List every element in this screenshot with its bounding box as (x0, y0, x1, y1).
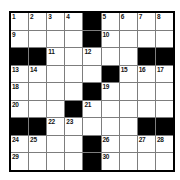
crossword-cell-r8c1[interactable]: 24 (11, 136, 28, 153)
clue-number: 21 (84, 101, 91, 108)
clue-number: 24 (12, 136, 19, 143)
crossword-cell-r9c1[interactable]: 29 (11, 153, 28, 170)
crossword-cell-r6c8[interactable] (138, 101, 155, 118)
clue-number: 5 (103, 13, 106, 20)
crossword-cell-r1c7[interactable]: 6 (120, 13, 137, 30)
clue-number: 3 (48, 13, 51, 20)
clue-number: 12 (84, 48, 91, 55)
crossword-cell-r6c5[interactable]: 21 (83, 101, 100, 118)
clue-number: 9 (12, 31, 15, 38)
crossword-cell-r4c1[interactable]: 13 (11, 66, 28, 83)
crossword-cell-r9c9[interactable] (156, 153, 173, 170)
crossword-cell-r4c2[interactable]: 14 (29, 66, 46, 83)
crossword-cell-r8c9[interactable]: 28 (156, 136, 173, 153)
clue-number: 16 (139, 66, 146, 73)
clue-number: 11 (48, 48, 54, 55)
crossword-cell-r2c4[interactable] (65, 31, 82, 48)
crossword-cell-r2c7[interactable] (120, 31, 137, 48)
crossword-cell-r1c2[interactable]: 2 (29, 13, 46, 30)
black-cell-r1c5 (83, 13, 100, 30)
crossword-cell-r7c7[interactable] (120, 118, 137, 135)
crossword-cell-r5c4[interactable] (65, 83, 82, 100)
black-cell-r9c5 (83, 153, 100, 170)
crossword-cell-r6c2[interactable] (29, 101, 46, 118)
clue-number: 14 (30, 66, 37, 73)
crossword-cell-r8c6[interactable]: 26 (102, 136, 119, 153)
crossword-cell-r7c6[interactable] (102, 118, 119, 135)
black-cell-r2c5 (83, 31, 100, 48)
crossword-cell-r1c8[interactable]: 7 (138, 13, 155, 30)
black-cell-r3c1 (11, 48, 28, 65)
black-cell-r4c6 (102, 66, 119, 83)
crossword-cell-r8c8[interactable]: 27 (138, 136, 155, 153)
crossword-cell-r3c3[interactable]: 11 (47, 48, 64, 65)
clue-number: 1 (12, 13, 15, 20)
clue-number: 25 (30, 136, 37, 143)
crossword-cell-r6c7[interactable] (120, 101, 137, 118)
crossword-cell-r2c3[interactable] (47, 31, 64, 48)
crossword-cell-r6c3[interactable] (47, 101, 64, 118)
crossword-cell-r3c6[interactable] (102, 48, 119, 65)
crossword-cell-r1c3[interactable]: 3 (47, 13, 64, 30)
black-cell-r3c9 (156, 48, 173, 65)
crossword-cell-r2c8[interactable] (138, 31, 155, 48)
crossword-cell-r3c5[interactable]: 12 (83, 48, 100, 65)
crossword-cell-r8c3[interactable] (47, 136, 64, 153)
crossword-cell-r6c6[interactable] (102, 101, 119, 118)
crossword-cell-r2c2[interactable] (29, 31, 46, 48)
black-cell-r3c8 (138, 48, 155, 65)
clue-number: 17 (157, 66, 164, 73)
clue-number: 26 (103, 136, 110, 143)
clue-number: 29 (12, 153, 19, 160)
crossword-cell-r9c3[interactable] (47, 153, 64, 170)
crossword-cell-r7c5[interactable] (83, 118, 100, 135)
clue-number: 2 (30, 13, 33, 20)
crossword-cell-r1c1[interactable]: 1 (11, 13, 28, 30)
crossword-cell-r6c9[interactable] (156, 101, 173, 118)
clue-number: 30 (103, 153, 110, 160)
black-cell-r7c2 (29, 118, 46, 135)
clue-number: 13 (12, 66, 19, 73)
clue-number: 19 (103, 83, 110, 90)
crossword-cell-r9c7[interactable] (120, 153, 137, 170)
crossword-cell-r4c7[interactable]: 15 (120, 66, 137, 83)
black-cell-r8c5 (83, 136, 100, 153)
crossword-cell-r3c7[interactable] (120, 48, 137, 65)
crossword-cell-r2c6[interactable]: 10 (102, 31, 119, 48)
clue-number: 18 (12, 83, 19, 90)
crossword-cell-r8c2[interactable]: 25 (29, 136, 46, 153)
crossword-cell-r5c1[interactable]: 18 (11, 83, 28, 100)
crossword-cell-r4c8[interactable]: 16 (138, 66, 155, 83)
crossword-cell-r9c4[interactable] (65, 153, 82, 170)
crossword-cell-r5c9[interactable] (156, 83, 173, 100)
clue-number: 4 (66, 13, 69, 20)
clue-number: 20 (12, 101, 19, 108)
crossword-cell-r5c7[interactable] (120, 83, 137, 100)
crossword-cell-r3c4[interactable] (65, 48, 82, 65)
crossword-cell-r1c6[interactable]: 5 (102, 13, 119, 30)
crossword-cell-r9c2[interactable] (29, 153, 46, 170)
clue-number: 27 (139, 136, 146, 143)
crossword-cell-r5c6[interactable]: 19 (102, 83, 119, 100)
black-cell-r3c2 (29, 48, 46, 65)
crossword-cell-r7c4[interactable]: 23 (65, 118, 82, 135)
crossword-cell-r1c9[interactable]: 8 (156, 13, 173, 30)
black-cell-r7c1 (11, 118, 28, 135)
crossword-board: 1234567891011121314151617181920212223242… (9, 11, 175, 172)
crossword-cell-r8c4[interactable] (65, 136, 82, 153)
crossword-cell-r8c7[interactable] (120, 136, 137, 153)
crossword-cell-r4c3[interactable] (47, 66, 64, 83)
crossword-cell-r2c1[interactable]: 9 (11, 31, 28, 48)
crossword-cell-r5c2[interactable] (29, 83, 46, 100)
clue-number: 6 (121, 13, 124, 20)
black-cell-r7c9 (156, 118, 173, 135)
clue-number: 28 (157, 136, 164, 143)
black-cell-r6c4 (65, 101, 82, 118)
black-cell-r5c5 (83, 83, 100, 100)
crossword-cell-r4c4[interactable] (65, 66, 82, 83)
clue-number: 8 (157, 13, 160, 20)
crossword-cell-r5c3[interactable] (47, 83, 64, 100)
crossword-cell-r4c5[interactable] (83, 66, 100, 83)
crossword-cell-r9c8[interactable] (138, 153, 155, 170)
clue-number: 10 (103, 31, 110, 38)
clue-number: 15 (121, 66, 128, 73)
crossword-cell-r7c3[interactable]: 22 (47, 118, 64, 135)
clue-number: 23 (66, 118, 73, 125)
clue-number: 7 (139, 13, 142, 20)
crossword-cell-r9c6[interactable]: 30 (102, 153, 119, 170)
crossword-cell-r6c1[interactable]: 20 (11, 101, 28, 118)
black-cell-r7c8 (138, 118, 155, 135)
crossword-cell-r1c4[interactable]: 4 (65, 13, 82, 30)
clue-number: 22 (48, 118, 55, 125)
crossword-cell-r5c8[interactable] (138, 83, 155, 100)
crossword-cell-r2c9[interactable] (156, 31, 173, 48)
crossword-cell-r4c9[interactable]: 17 (156, 66, 173, 83)
